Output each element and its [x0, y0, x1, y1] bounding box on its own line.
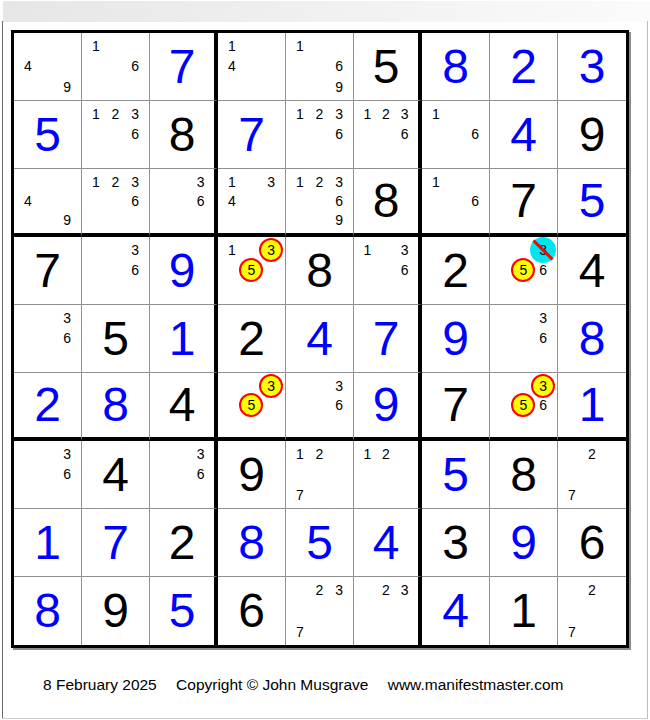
- cell-r6c3[interactable]: 4: [150, 373, 218, 441]
- candidate-3: 3: [395, 580, 414, 601]
- footer: 8 February 2025 Copyright © John Musgrav…: [43, 676, 578, 694]
- cell-r4c1[interactable]: 7: [14, 237, 82, 305]
- footer-copyright: Copyright © John Musgrave: [176, 676, 368, 693]
- candidate-6: 6: [125, 191, 145, 210]
- cell-r5c1[interactable]: 36: [14, 305, 82, 373]
- footer-website: www.manifestmaster.com: [388, 676, 564, 693]
- cell-r8c6[interactable]: 4: [354, 509, 422, 577]
- cell-r6c6[interactable]: 9: [354, 373, 422, 441]
- candidate-1: 1: [358, 240, 377, 260]
- cell-r7c1[interactable]: 36: [14, 441, 82, 509]
- candidate-1: 1: [290, 444, 310, 464]
- candidate-5-yellow-circle: 5: [514, 395, 534, 414]
- candidate-2: 2: [582, 444, 602, 464]
- cell-r7c9[interactable]: 27: [558, 441, 626, 509]
- solved-digit: 8: [442, 43, 469, 91]
- cell-r3c4[interactable]: 134: [218, 169, 286, 237]
- cell-r4c6[interactable]: 136: [354, 237, 422, 305]
- candidate-5-yellow-circle: 5: [514, 260, 534, 280]
- cell-r2c7[interactable]: 16: [422, 101, 490, 169]
- candidate-grid: 36: [490, 305, 557, 372]
- solved-digit: 1: [34, 519, 61, 567]
- candidate-3: 3: [261, 172, 281, 191]
- candidate-1: 1: [426, 172, 446, 191]
- candidate-5-yellow-circle: 5: [242, 260, 262, 280]
- candidate-1: 1: [290, 36, 310, 56]
- solved-digit: 7: [373, 315, 400, 363]
- candidate-3: 3: [395, 104, 414, 124]
- candidate-grid: 136: [354, 237, 418, 304]
- candidate-1: 1: [86, 104, 106, 124]
- cell-r8c7[interactable]: 3: [422, 509, 490, 577]
- cell-r1c4[interactable]: 14: [218, 33, 286, 101]
- candidate-5-yellow-circle: 5: [242, 395, 262, 414]
- cell-r9c2[interactable]: 9: [82, 577, 150, 645]
- given-digit: 8: [510, 451, 537, 499]
- candidate-grid: 16: [82, 33, 149, 100]
- solved-digit: 4: [306, 315, 333, 363]
- candidate-3-yellow-circle: 3: [533, 376, 553, 395]
- candidate-6: 6: [329, 395, 349, 414]
- solved-digit: 1: [579, 381, 606, 429]
- candidate-6: 6: [191, 464, 210, 484]
- solved-digit: 4: [442, 587, 469, 635]
- candidate-1: 1: [426, 104, 446, 124]
- candidate-1: 1: [358, 444, 377, 464]
- candidate-grid: 27: [558, 577, 626, 645]
- cell-r7c2[interactable]: 4: [82, 441, 150, 509]
- cell-r1c8[interactable]: 2: [490, 33, 558, 101]
- cell-r7c8[interactable]: 8: [490, 441, 558, 509]
- candidate-6: 6: [395, 124, 414, 144]
- candidate-4: 4: [18, 56, 38, 76]
- cell-r4c5[interactable]: 8: [286, 237, 354, 305]
- given-digit: 1: [510, 587, 537, 635]
- candidate-1: 1: [358, 104, 377, 124]
- cell-r5c8[interactable]: 36: [490, 305, 558, 373]
- given-digit: 7: [34, 247, 61, 295]
- given-digit: 4: [102, 451, 129, 499]
- candidate-grid: 1236: [286, 101, 353, 168]
- candidate-3-cyan-strike: 3: [533, 240, 553, 260]
- candidate-grid: 127: [286, 441, 353, 508]
- candidate-7: 7: [290, 485, 310, 505]
- solved-digit: 5: [579, 177, 606, 225]
- solved-digit: 9: [442, 315, 469, 363]
- cell-r8c5[interactable]: 5: [286, 509, 354, 577]
- candidate-grid: 14: [218, 33, 285, 100]
- solved-digit: 2: [34, 381, 61, 429]
- solved-digit: 8: [238, 519, 265, 567]
- candidate-6: 6: [533, 328, 553, 348]
- candidate-2: 2: [310, 104, 330, 124]
- candidate-9: 9: [57, 211, 77, 230]
- cell-r4c2[interactable]: 36: [82, 237, 150, 305]
- candidate-4: 4: [18, 191, 38, 210]
- candidate-4: 4: [222, 191, 242, 210]
- cell-r9c7[interactable]: 4: [422, 577, 490, 645]
- candidate-3-yellow-circle: 3: [261, 240, 281, 260]
- candidate-grid: 1236: [82, 101, 149, 168]
- candidate-grid: 27: [558, 441, 626, 508]
- candidate-6: 6: [465, 124, 485, 144]
- cell-r8c2[interactable]: 7: [82, 509, 150, 577]
- given-digit: 6: [579, 519, 606, 567]
- cell-r5c5[interactable]: 4: [286, 305, 354, 373]
- candidate-3: 3: [57, 308, 77, 328]
- candidate-3: 3: [125, 172, 145, 191]
- cell-r5c4[interactable]: 2: [218, 305, 286, 373]
- candidate-2: 2: [106, 104, 126, 124]
- cell-r9c8[interactable]: 1: [490, 577, 558, 645]
- cell-r4c4[interactable]: 135: [218, 237, 286, 305]
- given-digit: 5: [373, 43, 400, 91]
- given-digit: 6: [238, 587, 265, 635]
- candidate-6: 6: [533, 260, 553, 280]
- cell-r5c9[interactable]: 8: [558, 305, 626, 373]
- candidate-6: 6: [125, 56, 145, 76]
- candidate-3: 3: [329, 172, 349, 191]
- given-digit: 4: [169, 381, 196, 429]
- candidate-grid: 16: [422, 101, 489, 168]
- given-digit: 8: [373, 177, 400, 225]
- top-toolbar: [3, 1, 650, 22]
- candidate-2: 2: [582, 580, 602, 601]
- solved-digit: 3: [579, 43, 606, 91]
- candidate-grid: 1236: [354, 101, 418, 168]
- candidate-3: 3: [533, 308, 553, 328]
- candidate-1: 1: [86, 36, 106, 56]
- given-digit: 9: [102, 587, 129, 635]
- cell-r1c6[interactable]: 5: [354, 33, 422, 101]
- cell-r4c8[interactable]: 356: [490, 237, 558, 305]
- candidate-2: 2: [377, 104, 396, 124]
- given-digit: 3: [442, 519, 469, 567]
- cell-r6c7[interactable]: 7: [422, 373, 490, 441]
- candidate-9: 9: [329, 77, 349, 97]
- candidate-grid: 134: [218, 169, 285, 233]
- given-digit: 7: [510, 177, 537, 225]
- candidate-grid: 49: [14, 33, 81, 100]
- candidate-grid: 356: [490, 373, 557, 437]
- candidate-grid: 35: [218, 373, 285, 437]
- window-frame-bottom: [2, 718, 648, 719]
- cell-r6c1[interactable]: 2: [14, 373, 82, 441]
- solved-digit: 5: [34, 111, 61, 159]
- candidate-3: 3: [125, 240, 145, 260]
- cell-r9c1[interactable]: 8: [14, 577, 82, 645]
- solved-digit: 8: [102, 381, 129, 429]
- candidate-7: 7: [290, 621, 310, 642]
- cell-r3c1[interactable]: 49: [14, 169, 82, 237]
- cell-r5c6[interactable]: 7: [354, 305, 422, 373]
- solved-digit: 9: [510, 519, 537, 567]
- cell-r9c6[interactable]: 23: [354, 577, 422, 645]
- cell-r7c6[interactable]: 12: [354, 441, 422, 509]
- candidate-3: 3: [57, 444, 77, 464]
- cell-r6c4[interactable]: 35: [218, 373, 286, 441]
- cell-r8c9[interactable]: 6: [558, 509, 626, 577]
- candidate-6: 6: [191, 191, 210, 210]
- given-digit: 7: [442, 381, 469, 429]
- candidate-grid: 12: [354, 441, 418, 508]
- candidate-2: 2: [106, 172, 126, 191]
- cell-r3c5[interactable]: 12369: [286, 169, 354, 237]
- candidate-6: 6: [395, 260, 414, 280]
- cell-r4c9[interactable]: 4: [558, 237, 626, 305]
- cell-r7c3[interactable]: 36: [150, 441, 218, 509]
- cell-r1c9[interactable]: 3: [558, 33, 626, 101]
- cell-r2c6[interactable]: 1236: [354, 101, 422, 169]
- candidate-3: 3: [191, 444, 210, 464]
- cell-r1c2[interactable]: 16: [82, 33, 150, 101]
- candidate-3: 3: [329, 580, 349, 601]
- given-digit: 9: [579, 111, 606, 159]
- candidate-6: 6: [57, 328, 77, 348]
- candidate-2: 2: [310, 580, 330, 601]
- cell-r2c4[interactable]: 7: [218, 101, 286, 169]
- cell-r2c5[interactable]: 1236: [286, 101, 354, 169]
- cell-r8c4[interactable]: 8: [218, 509, 286, 577]
- cell-r2c8[interactable]: 4: [490, 101, 558, 169]
- given-digit: 8: [169, 111, 196, 159]
- given-digit: 2: [442, 247, 469, 295]
- cell-r1c7[interactable]: 8: [422, 33, 490, 101]
- candidate-4: 4: [222, 56, 242, 76]
- cell-r5c2[interactable]: 5: [82, 305, 150, 373]
- candidate-grid: 36: [82, 237, 149, 304]
- cell-r6c5[interactable]: 36: [286, 373, 354, 441]
- candidate-1: 1: [86, 172, 106, 191]
- candidate-grid: 12369: [286, 169, 353, 233]
- cell-r9c9[interactable]: 27: [558, 577, 626, 645]
- candidate-3: 3: [329, 376, 349, 395]
- cell-r2c9[interactable]: 9: [558, 101, 626, 169]
- given-digit: 8: [306, 247, 333, 295]
- given-digit: 4: [579, 247, 606, 295]
- candidate-6: 6: [125, 260, 145, 280]
- candidate-grid: 1236: [82, 169, 149, 233]
- cell-r1c5[interactable]: 169: [286, 33, 354, 101]
- cell-r5c3[interactable]: 1: [150, 305, 218, 373]
- cell-r2c2[interactable]: 1236: [82, 101, 150, 169]
- candidate-6: 6: [329, 124, 349, 144]
- given-digit: 2: [238, 315, 265, 363]
- cell-r6c2[interactable]: 8: [82, 373, 150, 441]
- solved-digit: 5: [169, 587, 196, 635]
- candidate-1: 1: [222, 172, 242, 191]
- cell-r3c3[interactable]: 36: [150, 169, 218, 237]
- candidate-grid: 36: [14, 441, 81, 508]
- cell-r4c7[interactable]: 2: [422, 237, 490, 305]
- candidate-6: 6: [465, 191, 485, 210]
- candidate-2: 2: [310, 172, 330, 191]
- cell-r1c3[interactable]: 7: [150, 33, 218, 101]
- cell-r4c3[interactable]: 9: [150, 237, 218, 305]
- candidate-6: 6: [533, 395, 553, 414]
- candidate-grid: 356: [490, 237, 557, 304]
- candidate-7: 7: [562, 621, 582, 642]
- page: 4916714169582351236871236123616494912363…: [0, 0, 650, 720]
- candidate-6: 6: [329, 56, 349, 76]
- candidate-1: 1: [290, 104, 310, 124]
- candidate-2: 2: [310, 444, 330, 464]
- candidate-2: 2: [377, 580, 396, 601]
- cell-r2c3[interactable]: 8: [150, 101, 218, 169]
- solved-digit: 8: [579, 315, 606, 363]
- cell-r3c7[interactable]: 16: [422, 169, 490, 237]
- candidate-6: 6: [125, 124, 145, 144]
- solved-digit: 1: [169, 315, 196, 363]
- candidate-grid: 36: [14, 305, 81, 372]
- given-digit: 5: [102, 315, 129, 363]
- solved-digit: 7: [169, 43, 196, 91]
- footer-date: 8 February 2025: [43, 676, 157, 693]
- candidate-grid: 36: [150, 441, 214, 508]
- candidate-grid: 23: [354, 577, 418, 645]
- candidate-grid: 169: [286, 33, 353, 100]
- cell-r3c6[interactable]: 8: [354, 169, 422, 237]
- window-frame-left: [2, 21, 3, 719]
- solved-digit: 5: [306, 519, 333, 567]
- candidate-grid: 237: [286, 577, 353, 645]
- cell-r9c5[interactable]: 237: [286, 577, 354, 645]
- candidate-3: 3: [191, 172, 210, 191]
- candidate-3: 3: [125, 104, 145, 124]
- cell-r3c8[interactable]: 7: [490, 169, 558, 237]
- candidate-1: 1: [290, 172, 310, 191]
- cell-r7c7[interactable]: 5: [422, 441, 490, 509]
- solved-digit: 4: [510, 111, 537, 159]
- cell-r7c5[interactable]: 127: [286, 441, 354, 509]
- candidate-7: 7: [562, 485, 582, 505]
- candidate-grid: 36: [150, 169, 214, 233]
- candidate-3: 3: [329, 104, 349, 124]
- solved-digit: 4: [373, 519, 400, 567]
- sudoku-board: 4916714169582351236871236123616494912363…: [11, 30, 629, 648]
- cell-r3c9[interactable]: 5: [558, 169, 626, 237]
- cell-r9c3[interactable]: 5: [150, 577, 218, 645]
- solved-digit: 8: [34, 587, 61, 635]
- solved-digit: 9: [373, 381, 400, 429]
- solved-digit: 2: [510, 43, 537, 91]
- cell-r8c8[interactable]: 9: [490, 509, 558, 577]
- given-digit: 9: [238, 451, 265, 499]
- candidate-9: 9: [329, 211, 349, 230]
- window-frame-right: [647, 21, 648, 719]
- given-digit: 2: [169, 519, 196, 567]
- candidate-grid: 16: [422, 169, 489, 233]
- candidate-9: 9: [57, 77, 77, 97]
- cell-r1c1[interactable]: 49: [14, 33, 82, 101]
- candidate-grid: 36: [286, 373, 353, 437]
- cell-r9c4[interactable]: 6: [218, 577, 286, 645]
- candidate-1: 1: [222, 36, 242, 56]
- cell-r2c1[interactable]: 5: [14, 101, 82, 169]
- candidate-grid: 135: [218, 237, 285, 304]
- cell-r3c2[interactable]: 1236: [82, 169, 150, 237]
- candidate-2: 2: [377, 444, 396, 464]
- candidate-6: 6: [329, 191, 349, 210]
- cell-r8c1[interactable]: 1: [14, 509, 82, 577]
- candidate-3-yellow-circle: 3: [261, 376, 281, 395]
- cell-r6c8[interactable]: 356: [490, 373, 558, 441]
- solved-digit: 9: [169, 247, 196, 295]
- solved-digit: 7: [238, 111, 265, 159]
- cell-r6c9[interactable]: 1: [558, 373, 626, 441]
- candidate-3: 3: [395, 240, 414, 260]
- cell-r7c4[interactable]: 9: [218, 441, 286, 509]
- cell-r8c3[interactable]: 2: [150, 509, 218, 577]
- candidate-grid: 49: [14, 169, 81, 233]
- cell-r5c7[interactable]: 9: [422, 305, 490, 373]
- candidate-1: 1: [222, 240, 242, 260]
- candidate-6: 6: [57, 464, 77, 484]
- solved-digit: 7: [102, 519, 129, 567]
- solved-digit: 5: [442, 451, 469, 499]
